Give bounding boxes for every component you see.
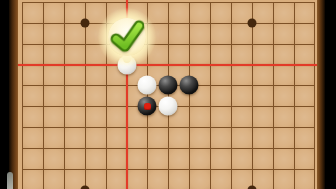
board-cell[interactable]: [231, 148, 252, 169]
board-cell[interactable]: [252, 44, 273, 65]
board-cell[interactable]: [85, 148, 106, 169]
board-cell[interactable]: [147, 127, 168, 148]
board-cell[interactable]: [22, 64, 43, 85]
board-cell[interactable]: [85, 85, 106, 106]
board-cell[interactable]: [64, 44, 85, 65]
stone-black[interactable]: [180, 76, 199, 95]
board-cell[interactable]: [43, 169, 64, 189]
board-cell[interactable]: [43, 64, 64, 85]
board-cell[interactable]: [64, 127, 85, 148]
board-cell[interactable]: [43, 23, 64, 44]
star-point: [80, 18, 89, 27]
background-ui-sliver: [7, 172, 13, 189]
board-cell[interactable]: [64, 85, 85, 106]
board-cell[interactable]: [64, 64, 85, 85]
board-cell[interactable]: [210, 106, 231, 127]
board-cell[interactable]: [85, 64, 106, 85]
board-cell[interactable]: [85, 127, 106, 148]
board-cell[interactable]: [106, 169, 127, 189]
board-cell[interactable]: [189, 106, 210, 127]
board-cell[interactable]: [106, 106, 127, 127]
board-cell[interactable]: [252, 106, 273, 127]
board-cell[interactable]: [189, 2, 210, 23]
board-lattice: [22, 2, 315, 189]
board-cell[interactable]: [210, 85, 231, 106]
board-cell[interactable]: [22, 85, 43, 106]
board-cell[interactable]: [273, 64, 294, 85]
board-cell[interactable]: [22, 148, 43, 169]
board-cell[interactable]: [85, 106, 106, 127]
board-cell[interactable]: [294, 64, 315, 85]
board-cell[interactable]: [22, 169, 43, 189]
board-cell[interactable]: [43, 2, 64, 23]
board-cell[interactable]: [252, 148, 273, 169]
board-cell[interactable]: [189, 148, 210, 169]
board-cell[interactable]: [106, 127, 127, 148]
board-cell[interactable]: [294, 44, 315, 65]
board-cell[interactable]: [210, 2, 231, 23]
board-cell[interactable]: [189, 127, 210, 148]
board-cell[interactable]: [106, 85, 127, 106]
board-cell[interactable]: [189, 44, 210, 65]
board-cell[interactable]: [294, 85, 315, 106]
board-cell[interactable]: [126, 148, 147, 169]
board-cell[interactable]: [64, 106, 85, 127]
board-cell[interactable]: [189, 23, 210, 44]
star-point: [247, 18, 256, 27]
board-cell[interactable]: [273, 148, 294, 169]
board-cell[interactable]: [210, 127, 231, 148]
board-cell[interactable]: [273, 169, 294, 189]
board-cell[interactable]: [252, 85, 273, 106]
stone-black[interactable]: [138, 97, 157, 116]
board-cell[interactable]: [231, 64, 252, 85]
stone-white[interactable]: [159, 97, 178, 116]
board-cell[interactable]: [147, 169, 168, 189]
board-cell[interactable]: [231, 127, 252, 148]
stone-black[interactable]: [159, 76, 178, 95]
board-cell[interactable]: [22, 127, 43, 148]
board-cell[interactable]: [231, 85, 252, 106]
highlight-row-line: [18, 64, 317, 66]
board-cell[interactable]: [22, 23, 43, 44]
star-point: [80, 185, 89, 189]
board-cell[interactable]: [168, 169, 189, 189]
board-cell[interactable]: [168, 44, 189, 65]
board-cell[interactable]: [126, 127, 147, 148]
board-cell[interactable]: [294, 23, 315, 44]
board-cell[interactable]: [43, 44, 64, 65]
board-cell[interactable]: [168, 23, 189, 44]
board-cell[interactable]: [64, 148, 85, 169]
checkmark-icon: [107, 19, 146, 54]
board-cell[interactable]: [22, 106, 43, 127]
board-cell[interactable]: [106, 148, 127, 169]
board-cell[interactable]: [294, 2, 315, 23]
board-cell[interactable]: [273, 127, 294, 148]
game-stage: [0, 0, 336, 189]
board-cell[interactable]: [22, 2, 43, 23]
board-cell[interactable]: [168, 127, 189, 148]
board-cell[interactable]: [43, 127, 64, 148]
star-point: [247, 185, 256, 189]
board-cell[interactable]: [273, 106, 294, 127]
board-cell[interactable]: [168, 148, 189, 169]
board-cell[interactable]: [273, 2, 294, 23]
board-cell[interactable]: [210, 148, 231, 169]
board-cell[interactable]: [210, 23, 231, 44]
board-cell[interactable]: [231, 106, 252, 127]
board-cell[interactable]: [189, 169, 210, 189]
board-frame-right: [317, 0, 325, 189]
board-cell[interactable]: [147, 148, 168, 169]
board-cell[interactable]: [210, 44, 231, 65]
board-cell[interactable]: [43, 85, 64, 106]
board-cell[interactable]: [43, 106, 64, 127]
board-cell[interactable]: [168, 2, 189, 23]
board-cell[interactable]: [273, 44, 294, 65]
board-cell[interactable]: [252, 64, 273, 85]
board-cell[interactable]: [294, 148, 315, 169]
board-cell[interactable]: [294, 106, 315, 127]
board-cell[interactable]: [22, 44, 43, 65]
board-cell[interactable]: [273, 85, 294, 106]
board-frame-left: [9, 0, 18, 189]
board-cell[interactable]: [43, 148, 64, 169]
stone-white[interactable]: [138, 76, 157, 95]
board-cell[interactable]: [294, 169, 315, 189]
board-cell[interactable]: [273, 23, 294, 44]
board-cell[interactable]: [210, 64, 231, 85]
board-cell[interactable]: [252, 127, 273, 148]
last-move-marker: [144, 103, 151, 110]
board-cell[interactable]: [294, 127, 315, 148]
board-cell[interactable]: [231, 44, 252, 65]
board-cell[interactable]: [210, 169, 231, 189]
board-cell[interactable]: [126, 169, 147, 189]
